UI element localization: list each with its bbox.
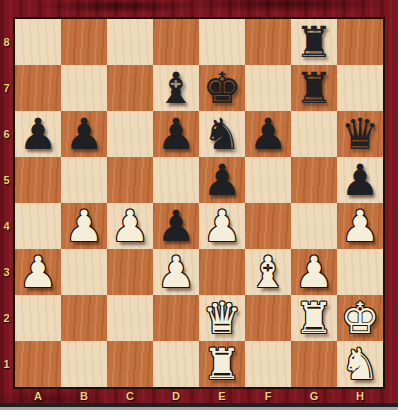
black-pawn-piece: ♟ <box>249 113 288 156</box>
square-f5[interactable] <box>245 157 291 203</box>
square-f2[interactable] <box>245 295 291 341</box>
square-d3[interactable]: ♟ <box>153 249 199 295</box>
square-c3[interactable] <box>107 249 153 295</box>
square-f4[interactable] <box>245 203 291 249</box>
rank-label-5: 5 <box>0 157 13 203</box>
black-pawn-piece: ♟ <box>19 113 58 156</box>
square-f6[interactable]: ♟ <box>245 111 291 157</box>
file-label-f: F <box>245 388 291 403</box>
square-a8[interactable] <box>15 19 61 65</box>
white-queen-piece: ♛ <box>203 297 242 340</box>
black-pawn-piece: ♟ <box>65 113 104 156</box>
rank-label-3: 3 <box>0 249 13 295</box>
square-a3[interactable]: ♟ <box>15 249 61 295</box>
square-g8[interactable]: ♜ <box>291 19 337 65</box>
square-g1[interactable] <box>291 341 337 387</box>
square-h7[interactable] <box>337 65 383 111</box>
square-d2[interactable] <box>153 295 199 341</box>
square-h3[interactable] <box>337 249 383 295</box>
square-h6[interactable]: ♛ <box>337 111 383 157</box>
white-pawn-piece: ♟ <box>295 251 334 294</box>
white-bishop-piece: ♝ <box>249 251 288 294</box>
black-rook-piece: ♜ <box>295 21 334 64</box>
square-h4[interactable]: ♟ <box>337 203 383 249</box>
square-e4[interactable]: ♟ <box>199 203 245 249</box>
square-f1[interactable] <box>245 341 291 387</box>
black-king-piece: ♚ <box>203 67 242 110</box>
square-d1[interactable] <box>153 341 199 387</box>
black-knight-piece: ♞ <box>203 113 242 156</box>
square-e7[interactable]: ♚ <box>199 65 245 111</box>
square-c7[interactable] <box>107 65 153 111</box>
white-pawn-piece: ♟ <box>19 251 58 294</box>
square-a5[interactable] <box>15 157 61 203</box>
square-c6[interactable] <box>107 111 153 157</box>
square-g7[interactable]: ♜ <box>291 65 337 111</box>
file-labels: ABCDEFGH <box>15 388 383 403</box>
square-h2[interactable]: ♚ <box>337 295 383 341</box>
white-pawn-piece: ♟ <box>65 205 104 248</box>
rank-label-7: 7 <box>0 65 13 111</box>
black-pawn-piece: ♟ <box>341 159 380 202</box>
white-pawn-piece: ♟ <box>341 205 380 248</box>
rank-label-1: 1 <box>0 341 13 387</box>
square-a2[interactable] <box>15 295 61 341</box>
chess-app-window: 87654321 ABCDEFGH ♜♝♚♜♟♟♟♞♟♛♟♟♟♟♟♟♟♟♟♝♟♛… <box>0 0 398 410</box>
square-g2[interactable]: ♜ <box>291 295 337 341</box>
board-frame: 87654321 ABCDEFGH ♜♝♚♜♟♟♟♞♟♛♟♟♟♟♟♟♟♟♟♝♟♛… <box>0 0 398 403</box>
black-rook-piece: ♜ <box>295 67 334 110</box>
square-c8[interactable] <box>107 19 153 65</box>
square-h1[interactable]: ♞ <box>337 341 383 387</box>
file-label-a: A <box>15 388 61 403</box>
black-pawn-piece: ♟ <box>157 205 196 248</box>
square-d7[interactable]: ♝ <box>153 65 199 111</box>
square-d5[interactable] <box>153 157 199 203</box>
square-h8[interactable] <box>337 19 383 65</box>
file-label-d: D <box>153 388 199 403</box>
white-rook-piece: ♜ <box>295 297 334 340</box>
square-e6[interactable]: ♞ <box>199 111 245 157</box>
black-pawn-piece: ♟ <box>157 113 196 156</box>
white-knight-piece: ♞ <box>341 343 380 386</box>
square-e2[interactable]: ♛ <box>199 295 245 341</box>
square-c4[interactable]: ♟ <box>107 203 153 249</box>
file-label-e: E <box>199 388 245 403</box>
square-d4[interactable]: ♟ <box>153 203 199 249</box>
square-b7[interactable] <box>61 65 107 111</box>
white-pawn-piece: ♟ <box>157 251 196 294</box>
square-e8[interactable] <box>199 19 245 65</box>
square-f3[interactable]: ♝ <box>245 249 291 295</box>
square-b1[interactable] <box>61 341 107 387</box>
rank-label-2: 2 <box>0 295 13 341</box>
square-c1[interactable] <box>107 341 153 387</box>
square-a7[interactable] <box>15 65 61 111</box>
square-b4[interactable]: ♟ <box>61 203 107 249</box>
file-label-b: B <box>61 388 107 403</box>
square-f8[interactable] <box>245 19 291 65</box>
black-pawn-piece: ♟ <box>203 159 242 202</box>
square-g4[interactable] <box>291 203 337 249</box>
square-h5[interactable]: ♟ <box>337 157 383 203</box>
square-a1[interactable] <box>15 341 61 387</box>
rank-label-8: 8 <box>0 19 13 65</box>
square-e5[interactable]: ♟ <box>199 157 245 203</box>
file-label-g: G <box>291 388 337 403</box>
square-b2[interactable] <box>61 295 107 341</box>
white-king-piece: ♚ <box>341 297 380 340</box>
square-b8[interactable] <box>61 19 107 65</box>
white-rook-piece: ♜ <box>203 343 242 386</box>
square-f7[interactable] <box>245 65 291 111</box>
square-a6[interactable]: ♟ <box>15 111 61 157</box>
square-c5[interactable] <box>107 157 153 203</box>
chess-board: ♜♝♚♜♟♟♟♞♟♛♟♟♟♟♟♟♟♟♟♝♟♛♜♚♜♞ <box>13 17 385 389</box>
square-d8[interactable] <box>153 19 199 65</box>
file-label-c: C <box>107 388 153 403</box>
rank-labels: 87654321 <box>0 19 13 387</box>
black-bishop-piece: ♝ <box>157 67 196 110</box>
square-b3[interactable] <box>61 249 107 295</box>
square-d6[interactable]: ♟ <box>153 111 199 157</box>
square-g3[interactable]: ♟ <box>291 249 337 295</box>
rank-label-6: 6 <box>0 111 13 157</box>
white-pawn-piece: ♟ <box>111 205 150 248</box>
rank-label-4: 4 <box>0 203 13 249</box>
white-pawn-piece: ♟ <box>203 205 242 248</box>
square-a4[interactable] <box>15 203 61 249</box>
square-e1[interactable]: ♜ <box>199 341 245 387</box>
square-g5[interactable] <box>291 157 337 203</box>
square-c2[interactable] <box>107 295 153 341</box>
black-queen-piece: ♛ <box>341 113 380 156</box>
square-g6[interactable] <box>291 111 337 157</box>
square-b5[interactable] <box>61 157 107 203</box>
square-b6[interactable]: ♟ <box>61 111 107 157</box>
square-e3[interactable] <box>199 249 245 295</box>
file-label-h: H <box>337 388 383 403</box>
